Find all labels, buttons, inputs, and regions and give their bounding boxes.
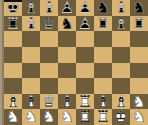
top-edge-artifact	[4, 0, 22, 2]
square-d5[interactable]	[58, 47, 76, 63]
square-c1[interactable]: ♞♘	[40, 109, 58, 125]
piece-black-rook[interactable]: ♜♖	[94, 16, 112, 32]
square-e1[interactable]: ♜♖	[76, 109, 94, 125]
piece-glyph-outline: ♕	[42, 16, 56, 32]
square-d4[interactable]	[58, 63, 76, 79]
piece-glyph-outline: ♘	[6, 109, 20, 125]
piece-glyph-outline: ♘	[42, 109, 56, 125]
square-a5[interactable]	[4, 47, 22, 63]
piece-white-knight[interactable]: ♞♘	[58, 109, 76, 125]
square-e6[interactable]	[76, 31, 94, 47]
square-b1[interactable]: ♞♘	[22, 109, 40, 125]
piece-black-knight[interactable]: ♞♘	[58, 16, 76, 32]
square-a1[interactable]: ♞♘	[4, 109, 22, 125]
square-b7[interactable]: ♝♗	[22, 16, 40, 32]
piece-glyph-outline: ♘	[60, 109, 74, 125]
square-c6[interactable]	[40, 31, 58, 47]
square-h7[interactable]: ♜♖	[130, 16, 148, 32]
square-b4[interactable]	[22, 63, 40, 79]
square-e7[interactable]: ♟♙	[76, 16, 94, 32]
square-f5[interactable]	[94, 47, 112, 63]
square-e5[interactable]	[76, 47, 94, 63]
square-d1[interactable]: ♞♘	[58, 109, 76, 125]
piece-glyph-outline: ♖	[78, 109, 92, 125]
square-g5[interactable]	[112, 47, 130, 63]
square-g7[interactable]: ♝♗	[112, 16, 130, 32]
square-f7[interactable]: ♜♖	[94, 16, 112, 32]
square-f6[interactable]	[94, 31, 112, 47]
square-h1[interactable]: ♞♘	[130, 109, 148, 125]
square-c5[interactable]	[40, 47, 58, 63]
piece-white-knight[interactable]: ♞♘	[22, 109, 40, 125]
square-c4[interactable]	[40, 63, 58, 79]
square-g1[interactable]: ♚♔	[112, 109, 130, 125]
square-a4[interactable]	[4, 63, 22, 79]
piece-glyph-outline: ♙	[78, 16, 92, 32]
piece-white-rook[interactable]: ♜♖	[76, 109, 94, 125]
square-b5[interactable]	[22, 47, 40, 63]
piece-white-knight[interactable]: ♞♘	[4, 109, 22, 125]
piece-glyph-outline: ♘	[60, 16, 74, 32]
piece-glyph-outline: ♔	[114, 109, 128, 125]
square-e4[interactable]	[76, 63, 94, 79]
piece-white-knight[interactable]: ♞♘	[130, 109, 148, 125]
square-h5[interactable]	[130, 47, 148, 63]
square-c7[interactable]: ♛♕	[40, 16, 58, 32]
square-a6[interactable]	[4, 31, 22, 47]
chess-app-window: ♚♔♝♗♝♗♟♙♟♙♞♘♝♗♞♘♜♖♝♗♛♕♞♘♟♙♜♖♝♗♜♖♝♗♝♗♛♕♝♗…	[0, 0, 148, 125]
piece-white-rook[interactable]: ♜♖	[94, 109, 112, 125]
square-d6[interactable]	[58, 31, 76, 47]
piece-black-pawn[interactable]: ♟♙	[76, 16, 94, 32]
piece-glyph-outline: ♘	[24, 109, 38, 125]
piece-white-knight[interactable]: ♞♘	[40, 109, 58, 125]
piece-black-queen[interactable]: ♛♕	[40, 16, 58, 32]
piece-white-king[interactable]: ♚♔	[112, 109, 130, 125]
square-h4[interactable]	[130, 63, 148, 79]
square-f1[interactable]: ♜♖	[94, 109, 112, 125]
piece-black-bishop[interactable]: ♝♗	[22, 16, 40, 32]
piece-glyph-outline: ♗	[114, 16, 128, 32]
square-b6[interactable]	[22, 31, 40, 47]
square-h6[interactable]	[130, 31, 148, 47]
square-f4[interactable]	[94, 63, 112, 79]
piece-glyph-outline: ♖	[6, 16, 20, 32]
square-g4[interactable]	[112, 63, 130, 79]
piece-black-bishop[interactable]: ♝♗	[112, 16, 130, 32]
piece-glyph-outline: ♖	[96, 16, 110, 32]
piece-glyph-outline: ♗	[24, 16, 38, 32]
chess-board: ♚♔♝♗♝♗♟♙♟♙♞♘♝♗♞♘♜♖♝♗♛♕♞♘♟♙♜♖♝♗♜♖♝♗♝♗♛♕♝♗…	[4, 0, 148, 125]
piece-glyph-outline: ♖	[132, 16, 146, 32]
piece-glyph-outline: ♘	[132, 109, 146, 125]
piece-black-rook[interactable]: ♜♖	[130, 16, 148, 32]
square-a7[interactable]: ♜♖	[4, 16, 22, 32]
square-g6[interactable]	[112, 31, 130, 47]
piece-glyph-outline: ♖	[96, 109, 110, 125]
piece-black-rook[interactable]: ♜♖	[4, 16, 22, 32]
square-d7[interactable]: ♞♘	[58, 16, 76, 32]
